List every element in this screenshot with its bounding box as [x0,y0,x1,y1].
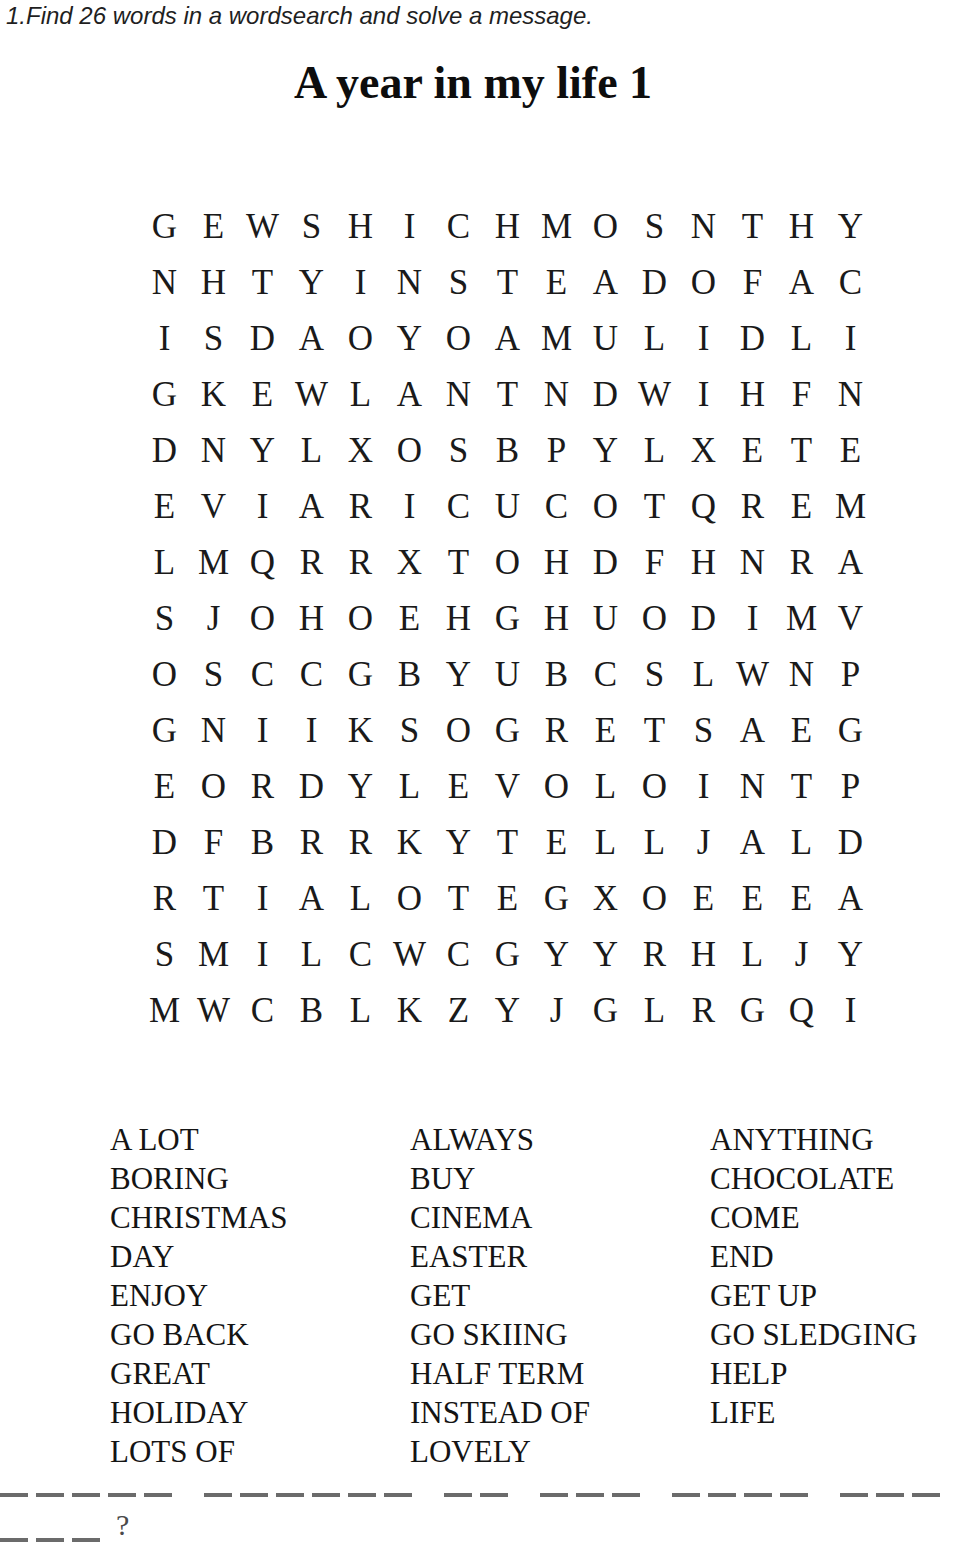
letter-blank[interactable] [480,1463,508,1497]
grid-cell-r10c10[interactable]: E [581,702,630,758]
grid-cell-r2c9[interactable]: E [532,254,581,310]
grid-cell-r4c9[interactable]: N [532,366,581,422]
grid-cell-r1c8[interactable]: H [483,198,532,254]
grid-cell-r1c9[interactable]: M [532,198,581,254]
grid-cell-r6c4[interactable]: A [287,478,336,534]
letter-blank[interactable] [576,1463,604,1497]
word-item: HOLIDAY [110,1393,287,1432]
grid-cell-r8c7[interactable]: H [434,590,483,646]
word-item: HELP [710,1354,918,1393]
grid-cell-r12c15[interactable]: D [826,814,875,870]
grid-cell-r8c10[interactable]: U [581,590,630,646]
grid-cell-r3c6[interactable]: Y [385,310,434,366]
grid-cell-r3c14[interactable]: L [777,310,826,366]
grid-cell-r12c12[interactable]: J [679,814,728,870]
grid-cell-r1c11[interactable]: S [630,198,679,254]
grid-cell-r3c15[interactable]: I [826,310,875,366]
grid-cell-r2c4[interactable]: Y [287,254,336,310]
grid-cell-r13c6[interactable]: O [385,870,434,926]
grid-cell-r14c1[interactable]: S [140,926,189,982]
grid-cell-r2c13[interactable]: F [728,254,777,310]
grid-cell-r6c5[interactable]: R [336,478,385,534]
word-item: DAY [110,1237,287,1276]
grid-cell-r1c1[interactable]: G [140,198,189,254]
grid-cell-r7c4[interactable]: R [287,534,336,590]
grid-cell-r13c8[interactable]: E [483,870,532,926]
letter-blank[interactable] [540,1463,568,1497]
grid-cell-r10c7[interactable]: O [434,702,483,758]
grid-cell-r14c4[interactable]: L [287,926,336,982]
letter-blank[interactable] [912,1463,940,1497]
grid-cell-r12c6[interactable]: K [385,814,434,870]
grid-cell-r11c14[interactable]: T [777,758,826,814]
grid-cell-r1c4[interactable]: S [287,198,336,254]
grid-cell-r1c3[interactable]: W [238,198,287,254]
grid-cell-r7c5[interactable]: R [336,534,385,590]
grid-cell-r11c2[interactable]: O [189,758,238,814]
word-list: A LOTBORINGCHRISTMASDAYENJOYGO BACKGREAT… [0,1120,960,1476]
puzzle-title: A year in my life 1 [0,58,946,109]
grid-cell-r4c5[interactable]: L [336,366,385,422]
grid-cell-r1c5[interactable]: H [336,198,385,254]
grid-cell-r13c14[interactable]: E [777,870,826,926]
grid-cell-r5c7[interactable]: S [434,422,483,478]
grid-cell-r12c13[interactable]: A [728,814,777,870]
task-instruction: 1.Find 26 words in a wordsearch and solv… [6,2,593,30]
grid-cell-r12c2[interactable]: F [189,814,238,870]
grid-cell-r15c14[interactable]: Q [777,982,826,1038]
grid-cell-r7c8[interactable]: O [483,534,532,590]
grid-cell-r15c9[interactable]: J [532,982,581,1038]
grid-cell-r3c11[interactable]: L [630,310,679,366]
grid-cell-r4c6[interactable]: A [385,366,434,422]
letter-blank[interactable] [612,1463,640,1497]
grid-cell-r4c11[interactable]: W [630,366,679,422]
grid-cell-r12c11[interactable]: L [630,814,679,870]
grid-cell-r1c14[interactable]: H [777,198,826,254]
letter-blank[interactable] [744,1463,772,1497]
word-item: ANYTHING [710,1120,918,1159]
grid-cell-r9c3[interactable]: C [238,646,287,702]
word-item: GET [410,1276,590,1315]
grid-cell-r13c7[interactable]: T [434,870,483,926]
grid-cell-r6c15[interactable]: M [826,478,875,534]
grid-cell-r6c11[interactable]: T [630,478,679,534]
grid-cell-r5c8[interactable]: B [483,422,532,478]
wordsearch-grid: GEWSHICHMOSNTHYNHTYINSTEADOFACISDAOYOAMU… [140,198,875,1038]
grid-cell-r12c3[interactable]: B [238,814,287,870]
answer-word-blank[interactable] [0,1465,172,1497]
word-item: GO SKIING [410,1315,590,1354]
grid-cell-r6c9[interactable]: C [532,478,581,534]
grid-cell-r2c5[interactable]: I [336,254,385,310]
grid-cell-r5c15[interactable]: E [826,422,875,478]
grid-cell-r5c4[interactable]: L [287,422,336,478]
grid-cell-r2c2[interactable]: H [189,254,238,310]
grid-cell-r14c8[interactable]: G [483,926,532,982]
grid-cell-r3c8[interactable]: A [483,310,532,366]
grid-cell-r14c2[interactable]: M [189,926,238,982]
grid-cell-r14c12[interactable]: H [679,926,728,982]
word-item: ALWAYS [410,1120,590,1159]
grid-cell-r2c15[interactable]: C [826,254,875,310]
grid-cell-r13c9[interactable]: G [532,870,581,926]
grid-cell-r5c1[interactable]: D [140,422,189,478]
grid-cell-r9c8[interactable]: U [483,646,532,702]
grid-cell-r12c7[interactable]: Y [434,814,483,870]
letter-blank[interactable] [36,1463,64,1497]
grid-cell-r13c11[interactable]: O [630,870,679,926]
grid-cell-r14c11[interactable]: R [630,926,679,982]
word-item: GO SLEDGING [710,1315,918,1354]
letter-blank[interactable] [672,1463,700,1497]
grid-cell-r6c2[interactable]: V [189,478,238,534]
word-list-column-1: A LOTBORINGCHRISTMASDAYENJOYGO BACKGREAT… [110,1120,287,1471]
grid-cell-r2c10[interactable]: A [581,254,630,310]
grid-cell-r5c9[interactable]: P [532,422,581,478]
word-item: ENJOY [110,1276,287,1315]
grid-cell-r10c4[interactable]: I [287,702,336,758]
grid-cell-r9c15[interactable]: P [826,646,875,702]
grid-cell-r15c11[interactable]: L [630,982,679,1038]
grid-cell-r9c1[interactable]: O [140,646,189,702]
letter-blank[interactable] [348,1463,376,1497]
grid-cell-r9c5[interactable]: G [336,646,385,702]
grid-cell-r4c4[interactable]: W [287,366,336,422]
word-item: COME [710,1198,918,1237]
grid-cell-r14c14[interactable]: J [777,926,826,982]
grid-cell-r8c2[interactable]: J [189,590,238,646]
grid-cell-r4c8[interactable]: T [483,366,532,422]
grid-cell-r3c12[interactable]: I [679,310,728,366]
letter-blank[interactable] [840,1463,868,1497]
grid-cell-r11c7[interactable]: E [434,758,483,814]
grid-cell-r8c14[interactable]: M [777,590,826,646]
grid-cell-r6c13[interactable]: R [728,478,777,534]
grid-cell-r2c3[interactable]: T [238,254,287,310]
grid-cell-r10c15[interactable]: G [826,702,875,758]
grid-cell-r5c14[interactable]: T [777,422,826,478]
answer-word-blank[interactable] [540,1465,640,1497]
grid-cell-r4c15[interactable]: N [826,366,875,422]
grid-cell-r5c5[interactable]: X [336,422,385,478]
grid-cell-r3c9[interactable]: M [532,310,581,366]
grid-cell-r14c3[interactable]: I [238,926,287,982]
letter-blank[interactable] [0,1508,28,1542]
answer-word-blank[interactable] [840,1465,940,1497]
grid-cell-r5c3[interactable]: Y [238,422,287,478]
grid-cell-r11c9[interactable]: O [532,758,581,814]
grid-cell-r13c1[interactable]: R [140,870,189,926]
grid-cell-r15c5[interactable]: L [336,982,385,1038]
grid-cell-r3c3[interactable]: D [238,310,287,366]
grid-cell-r6c12[interactable]: Q [679,478,728,534]
grid-cell-r4c12[interactable]: I [679,366,728,422]
grid-cell-r6c3[interactable]: I [238,478,287,534]
grid-cell-r13c15[interactable]: A [826,870,875,926]
grid-cell-r12c5[interactable]: R [336,814,385,870]
word-item: CHOCOLATE [710,1159,918,1198]
letter-blank[interactable] [204,1463,232,1497]
letter-blank[interactable] [444,1463,472,1497]
answer-line-2-groups [0,1510,100,1542]
grid-cell-r5c12[interactable]: X [679,422,728,478]
grid-cell-r11c4[interactable]: D [287,758,336,814]
grid-cell-r2c14[interactable]: A [777,254,826,310]
answer-word-blank[interactable] [672,1465,808,1497]
worksheet-page: 1.Find 26 words in a wordsearch and solv… [0,0,960,1544]
grid-cell-r15c12[interactable]: R [679,982,728,1038]
grid-cell-r13c12[interactable]: E [679,870,728,926]
grid-cell-r11c8[interactable]: V [483,758,532,814]
grid-cell-r15c15[interactable]: I [826,982,875,1038]
grid-cell-r10c8[interactable]: G [483,702,532,758]
grid-cell-r15c10[interactable]: G [581,982,630,1038]
grid-cell-r8c13[interactable]: I [728,590,777,646]
grid-cell-r10c1[interactable]: G [140,702,189,758]
grid-cell-r10c9[interactable]: R [532,702,581,758]
word-item: INSTEAD OF [410,1393,590,1432]
letter-blank[interactable] [108,1463,136,1497]
grid-cell-r7c11[interactable]: F [630,534,679,590]
grid-cell-r4c2[interactable]: K [189,366,238,422]
grid-cell-r9c6[interactable]: B [385,646,434,702]
grid-cell-r15c2[interactable]: W [189,982,238,1038]
grid-cell-r1c6[interactable]: I [385,198,434,254]
word-list-column-2: ALWAYSBUYCINEMAEASTERGETGO SKIINGHALF TE… [410,1120,590,1471]
word-item: LIFE [710,1393,918,1432]
grid-cell-r3c2[interactable]: S [189,310,238,366]
grid-cell-r4c13[interactable]: H [728,366,777,422]
grid-cell-r14c5[interactable]: C [336,926,385,982]
grid-cell-r3c7[interactable]: O [434,310,483,366]
grid-cell-r8c15[interactable]: V [826,590,875,646]
word-item: A LOT [110,1120,287,1159]
grid-cell-r9c10[interactable]: C [581,646,630,702]
grid-cell-r3c1[interactable]: I [140,310,189,366]
grid-cell-r9c11[interactable]: S [630,646,679,702]
grid-cell-r15c8[interactable]: Y [483,982,532,1038]
grid-cell-r8c9[interactable]: H [532,590,581,646]
letter-blank[interactable] [780,1463,808,1497]
grid-cell-r6c14[interactable]: E [777,478,826,534]
grid-cell-r14c7[interactable]: C [434,926,483,982]
grid-cell-r7c9[interactable]: H [532,534,581,590]
grid-cell-r8c8[interactable]: G [483,590,532,646]
grid-cell-r4c7[interactable]: N [434,366,483,422]
grid-cell-r10c5[interactable]: K [336,702,385,758]
letter-blank[interactable] [276,1463,304,1497]
grid-cell-r8c3[interactable]: O [238,590,287,646]
answer-line-1 [0,1465,940,1497]
answer-line-2: ? [0,1510,129,1542]
grid-cell-r14c15[interactable]: Y [826,926,875,982]
grid-cell-r11c1[interactable]: E [140,758,189,814]
grid-cell-r12c14[interactable]: L [777,814,826,870]
letter-blank[interactable] [144,1463,172,1497]
grid-cell-r1c12[interactable]: N [679,198,728,254]
grid-cell-r11c10[interactable]: L [581,758,630,814]
grid-cell-r5c11[interactable]: L [630,422,679,478]
grid-cell-r1c2[interactable]: E [189,198,238,254]
word-item: BUY [410,1159,590,1198]
grid-cell-r15c13[interactable]: G [728,982,777,1038]
grid-cell-r3c5[interactable]: O [336,310,385,366]
grid-cell-r9c7[interactable]: Y [434,646,483,702]
grid-cell-r7c15[interactable]: A [826,534,875,590]
word-item: EASTER [410,1237,590,1276]
grid-cell-r9c14[interactable]: N [777,646,826,702]
grid-cell-r11c6[interactable]: L [385,758,434,814]
word-item: BORING [110,1159,287,1198]
grid-cell-r11c15[interactable]: P [826,758,875,814]
letter-blank[interactable] [72,1463,100,1497]
grid-cell-r11c12[interactable]: I [679,758,728,814]
grid-cell-r10c2[interactable]: N [189,702,238,758]
grid-cell-r13c10[interactable]: X [581,870,630,926]
grid-cell-r2c11[interactable]: D [630,254,679,310]
word-item: END [710,1237,918,1276]
grid-cell-r12c1[interactable]: D [140,814,189,870]
grid-cell-r15c4[interactable]: B [287,982,336,1038]
grid-cell-r3c10[interactable]: U [581,310,630,366]
grid-cell-r5c10[interactable]: Y [581,422,630,478]
grid-cell-r7c14[interactable]: R [777,534,826,590]
grid-cell-r2c6[interactable]: N [385,254,434,310]
grid-cell-r8c6[interactable]: E [385,590,434,646]
grid-cell-r10c13[interactable]: A [728,702,777,758]
grid-cell-r13c4[interactable]: A [287,870,336,926]
answer-word-blank[interactable] [0,1510,100,1542]
grid-cell-r1c7[interactable]: C [434,198,483,254]
grid-cell-r14c13[interactable]: L [728,926,777,982]
word-item: CINEMA [410,1198,590,1237]
grid-cell-r11c5[interactable]: Y [336,758,385,814]
grid-cell-r9c9[interactable]: B [532,646,581,702]
grid-cell-r4c10[interactable]: D [581,366,630,422]
grid-cell-r2c1[interactable]: N [140,254,189,310]
grid-cell-r7c10[interactable]: D [581,534,630,590]
grid-cell-r3c13[interactable]: D [728,310,777,366]
grid-cell-r8c4[interactable]: H [287,590,336,646]
grid-cell-r10c3[interactable]: I [238,702,287,758]
word-list-column-3: ANYTHINGCHOCOLATECOMEENDGET UPGO SLEDGIN… [710,1120,918,1432]
grid-cell-r3c4[interactable]: A [287,310,336,366]
grid-cell-r7c7[interactable]: T [434,534,483,590]
word-item: GREAT [110,1354,287,1393]
letter-blank[interactable] [0,1463,28,1497]
grid-cell-r7c12[interactable]: H [679,534,728,590]
grid-cell-r7c2[interactable]: M [189,534,238,590]
grid-cell-r11c3[interactable]: R [238,758,287,814]
grid-cell-r13c5[interactable]: L [336,870,385,926]
grid-cell-r13c13[interactable]: E [728,870,777,926]
grid-cell-r8c5[interactable]: O [336,590,385,646]
letter-blank[interactable] [72,1508,100,1542]
grid-cell-r6c1[interactable]: E [140,478,189,534]
grid-cell-r12c4[interactable]: R [287,814,336,870]
word-item: GET UP [710,1276,918,1315]
grid-cell-r14c9[interactable]: Y [532,926,581,982]
grid-cell-r6c7[interactable]: C [434,478,483,534]
grid-cell-r6c8[interactable]: U [483,478,532,534]
grid-cell-r2c12[interactable]: O [679,254,728,310]
grid-cell-r7c13[interactable]: N [728,534,777,590]
grid-cell-r14c6[interactable]: W [385,926,434,982]
grid-cell-r4c14[interactable]: F [777,366,826,422]
grid-cell-r6c10[interactable]: O [581,478,630,534]
grid-cell-r2c7[interactable]: S [434,254,483,310]
grid-cell-r10c6[interactable]: S [385,702,434,758]
grid-cell-r1c15[interactable]: Y [826,198,875,254]
grid-cell-r7c3[interactable]: Q [238,534,287,590]
word-item: GO BACK [110,1315,287,1354]
grid-cell-r10c14[interactable]: E [777,702,826,758]
grid-cell-r2c8[interactable]: T [483,254,532,310]
grid-cell-r5c6[interactable]: O [385,422,434,478]
grid-cell-r1c10[interactable]: O [581,198,630,254]
grid-cell-r15c3[interactable]: C [238,982,287,1038]
grid-cell-r12c9[interactable]: E [532,814,581,870]
grid-cell-r15c1[interactable]: M [140,982,189,1038]
grid-cell-r13c2[interactable]: T [189,870,238,926]
grid-cell-r8c11[interactable]: O [630,590,679,646]
grid-cell-r15c6[interactable]: K [385,982,434,1038]
grid-cell-r11c13[interactable]: N [728,758,777,814]
letter-blank[interactable] [384,1463,412,1497]
grid-cell-r5c2[interactable]: N [189,422,238,478]
grid-cell-r9c12[interactable]: L [679,646,728,702]
grid-cell-r9c13[interactable]: W [728,646,777,702]
question-mark: ? [116,1510,129,1540]
grid-cell-r10c11[interactable]: T [630,702,679,758]
grid-cell-r7c6[interactable]: X [385,534,434,590]
grid-cell-r10c12[interactable]: S [679,702,728,758]
grid-cell-r1c13[interactable]: T [728,198,777,254]
word-item: CHRISTMAS [110,1198,287,1237]
letter-blank[interactable] [312,1463,340,1497]
grid-cell-r11c11[interactable]: O [630,758,679,814]
grid-cell-r8c1[interactable]: S [140,590,189,646]
grid-cell-r7c1[interactable]: L [140,534,189,590]
grid-cell-r13c3[interactable]: I [238,870,287,926]
grid-cell-r4c3[interactable]: E [238,366,287,422]
letter-blank[interactable] [240,1463,268,1497]
word-item: HALF TERM [410,1354,590,1393]
grid-cell-r4c1[interactable]: G [140,366,189,422]
grid-cell-r8c12[interactable]: D [679,590,728,646]
grid-cell-r12c8[interactable]: T [483,814,532,870]
answer-word-blank[interactable] [444,1465,508,1497]
grid-cell-r9c2[interactable]: S [189,646,238,702]
letter-blank[interactable] [876,1463,904,1497]
grid-cell-r15c7[interactable]: Z [434,982,483,1038]
grid-cell-r5c13[interactable]: E [728,422,777,478]
answer-word-blank[interactable] [204,1465,412,1497]
letter-blank[interactable] [708,1463,736,1497]
grid-cell-r14c10[interactable]: Y [581,926,630,982]
grid-cell-r12c10[interactable]: L [581,814,630,870]
grid-cell-r9c4[interactable]: C [287,646,336,702]
letter-blank[interactable] [36,1508,64,1542]
grid-cell-r6c6[interactable]: I [385,478,434,534]
